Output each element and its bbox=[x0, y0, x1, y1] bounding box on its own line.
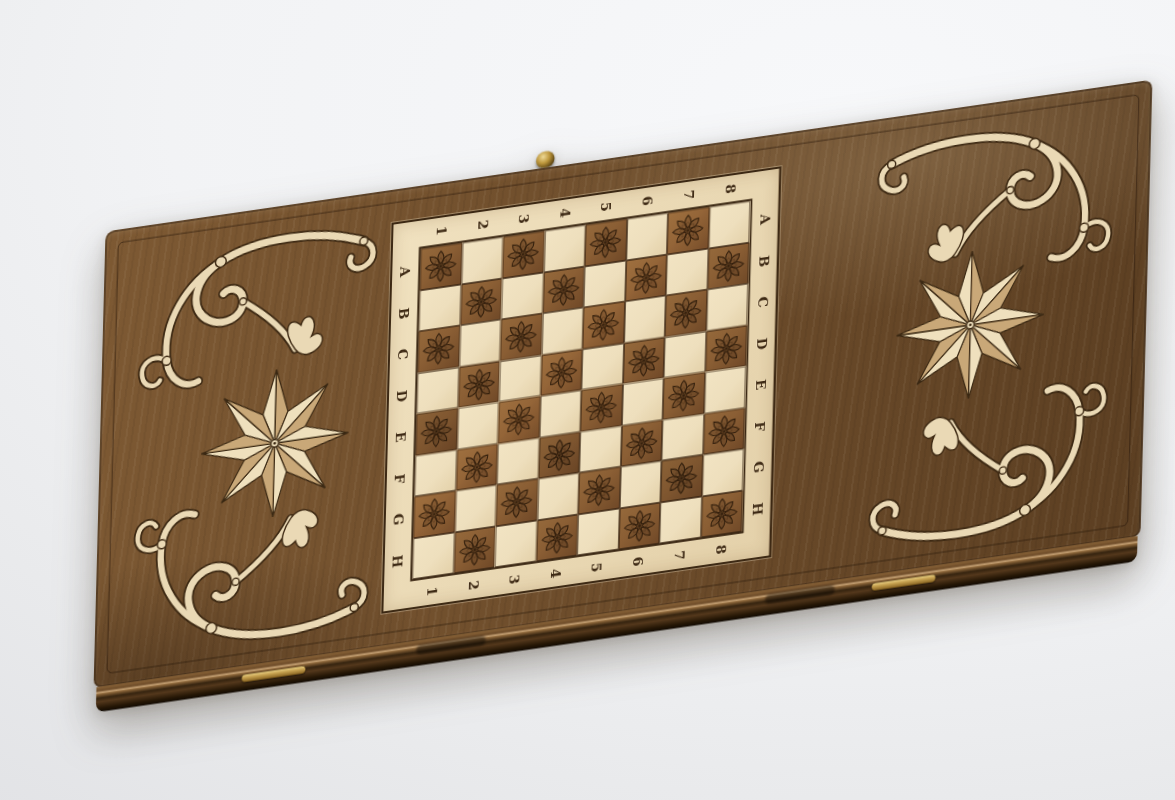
square-F5 bbox=[579, 425, 621, 472]
rosette-icon bbox=[708, 328, 744, 368]
square-A4 bbox=[543, 225, 585, 272]
rosette-icon bbox=[499, 482, 535, 522]
chessboard: 12345678 12345678 ABCDEFGH ABCDEFGH bbox=[381, 166, 781, 613]
square-G5 bbox=[578, 467, 620, 514]
square-D3 bbox=[499, 355, 541, 402]
square-E3 bbox=[498, 396, 540, 443]
scene: 12345678 12345678 ABCDEFGH ABCDEFGH bbox=[0, 0, 1175, 800]
rosette-icon bbox=[624, 423, 660, 463]
square-H4 bbox=[536, 514, 578, 561]
rosette-icon bbox=[706, 411, 742, 451]
square-A8 bbox=[708, 201, 750, 248]
rosette-icon bbox=[626, 340, 662, 380]
rosette-icon bbox=[459, 447, 495, 487]
square-A6 bbox=[626, 213, 668, 260]
rosette-icon bbox=[586, 305, 622, 345]
rosette-icon bbox=[423, 246, 459, 286]
square-B1 bbox=[419, 284, 461, 331]
square-B8 bbox=[707, 242, 749, 289]
game-box: 12345678 12345678 ABCDEFGH ABCDEFGH bbox=[94, 80, 1153, 689]
rosette-icon bbox=[541, 435, 577, 475]
rosette-icon bbox=[670, 210, 706, 250]
rosette-icon bbox=[501, 400, 537, 440]
square-H3 bbox=[495, 520, 537, 567]
square-H6 bbox=[618, 502, 660, 549]
square-H7 bbox=[659, 496, 701, 543]
square-H1 bbox=[412, 532, 454, 579]
hinge-right-icon bbox=[872, 574, 936, 591]
square-D4 bbox=[540, 349, 582, 396]
square-B3 bbox=[501, 272, 543, 319]
square-F7 bbox=[662, 413, 704, 460]
square-A1 bbox=[420, 243, 462, 290]
square-F3 bbox=[497, 437, 539, 484]
square-H2 bbox=[453, 526, 495, 573]
square-G4 bbox=[537, 473, 579, 520]
square-B7 bbox=[666, 248, 708, 295]
square-E8 bbox=[704, 366, 746, 413]
rosette-icon bbox=[461, 364, 497, 404]
square-D5 bbox=[581, 343, 623, 390]
square-D2 bbox=[458, 361, 500, 408]
square-F6 bbox=[620, 419, 662, 466]
rosette-icon bbox=[503, 317, 539, 357]
rosette-icon bbox=[546, 270, 582, 310]
rosette-icon bbox=[628, 258, 664, 298]
square-H8 bbox=[701, 490, 743, 537]
rosette-icon bbox=[704, 494, 740, 534]
square-B2 bbox=[460, 278, 502, 325]
square-D7 bbox=[664, 331, 706, 378]
rosette-icon bbox=[666, 376, 702, 416]
chessboard-grid bbox=[410, 199, 752, 582]
square-E5 bbox=[580, 384, 622, 431]
square-E1 bbox=[415, 408, 457, 455]
rosette-icon bbox=[664, 458, 700, 498]
rosette-icon bbox=[588, 222, 624, 262]
rosette-icon bbox=[419, 412, 455, 452]
square-E7 bbox=[663, 372, 705, 419]
rosette-icon bbox=[416, 494, 452, 534]
side-shadow-recess bbox=[765, 585, 835, 605]
square-C6 bbox=[624, 295, 666, 342]
rosette-icon bbox=[543, 352, 579, 392]
square-B6 bbox=[625, 254, 667, 301]
square-F4 bbox=[538, 431, 580, 478]
rosette-icon bbox=[505, 234, 541, 274]
square-G2 bbox=[454, 485, 496, 532]
square-A7 bbox=[667, 207, 709, 254]
square-D8 bbox=[705, 325, 747, 372]
rosette-icon bbox=[457, 530, 493, 570]
square-B4 bbox=[542, 266, 584, 313]
square-C3 bbox=[500, 313, 542, 360]
compass-star-right bbox=[885, 229, 1056, 420]
square-F2 bbox=[456, 443, 498, 490]
rosette-icon bbox=[421, 329, 457, 369]
square-G7 bbox=[660, 455, 702, 502]
square-C4 bbox=[541, 307, 583, 354]
rosette-icon bbox=[710, 246, 746, 286]
square-D1 bbox=[417, 367, 459, 414]
square-E6 bbox=[621, 378, 663, 425]
square-G1 bbox=[413, 491, 455, 538]
square-G8 bbox=[702, 449, 744, 496]
square-G6 bbox=[619, 461, 661, 508]
square-A3 bbox=[502, 231, 544, 278]
square-E4 bbox=[539, 390, 581, 437]
square-C1 bbox=[418, 325, 460, 372]
square-F1 bbox=[414, 449, 456, 496]
rosette-icon bbox=[583, 388, 619, 428]
square-E2 bbox=[457, 402, 499, 449]
eight-point-star-icon bbox=[189, 348, 360, 539]
square-B5 bbox=[583, 260, 625, 307]
rosette-icon bbox=[621, 506, 657, 546]
compass-star-left bbox=[189, 348, 360, 539]
square-A5 bbox=[585, 219, 627, 266]
square-A2 bbox=[461, 237, 503, 284]
square-C8 bbox=[706, 283, 748, 330]
square-C2 bbox=[459, 319, 501, 366]
rosette-icon bbox=[668, 293, 704, 333]
square-H5 bbox=[577, 508, 619, 555]
side-shadow-recess bbox=[416, 635, 486, 655]
square-C7 bbox=[665, 289, 707, 336]
square-D6 bbox=[622, 337, 664, 384]
square-G3 bbox=[496, 479, 538, 526]
rosette-icon bbox=[463, 282, 499, 322]
square-C5 bbox=[582, 301, 624, 348]
rosette-icon bbox=[581, 470, 617, 510]
eight-point-star-icon bbox=[885, 229, 1056, 420]
rosette-icon bbox=[539, 518, 575, 558]
hinge-left-icon bbox=[241, 665, 305, 682]
square-F8 bbox=[703, 407, 745, 454]
